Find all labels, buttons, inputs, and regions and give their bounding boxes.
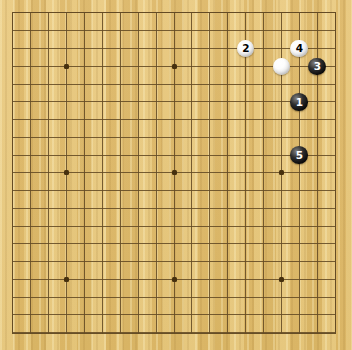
- board-intersection[interactable]: [272, 253, 290, 271]
- board-intersection[interactable]: [58, 164, 76, 182]
- board-intersection[interactable]: [58, 235, 76, 253]
- board-intersection[interactable]: [237, 4, 255, 22]
- board-intersection[interactable]: [129, 93, 147, 111]
- board-intersection[interactable]: [40, 271, 58, 289]
- board-intersection[interactable]: [58, 75, 76, 93]
- board-intersection[interactable]: [326, 182, 344, 200]
- board-intersection[interactable]: [290, 288, 308, 306]
- board-intersection[interactable]: [147, 217, 165, 235]
- board-intersection[interactable]: [165, 146, 183, 164]
- board-intersection[interactable]: [94, 235, 112, 253]
- board-intersection[interactable]: [4, 288, 22, 306]
- board-intersection[interactable]: [201, 22, 219, 40]
- board-intersection[interactable]: [237, 235, 255, 253]
- board-intersection[interactable]: [129, 200, 147, 218]
- board-intersection[interactable]: [94, 57, 112, 75]
- board-intersection[interactable]: [111, 4, 129, 22]
- board-intersection[interactable]: [129, 288, 147, 306]
- board-intersection[interactable]: [4, 146, 22, 164]
- board-intersection[interactable]: [147, 271, 165, 289]
- board-intersection[interactable]: [183, 235, 201, 253]
- board-intersection[interactable]: [147, 57, 165, 75]
- board-intersection[interactable]: [165, 253, 183, 271]
- board-intersection[interactable]: [255, 40, 273, 58]
- board-intersection[interactable]: [40, 57, 58, 75]
- board-intersection[interactable]: [147, 324, 165, 342]
- board-intersection[interactable]: [4, 217, 22, 235]
- board-intersection[interactable]: [22, 235, 40, 253]
- board-intersection[interactable]: [272, 182, 290, 200]
- board-intersection[interactable]: [272, 22, 290, 40]
- board-intersection[interactable]: [219, 40, 237, 58]
- board-intersection[interactable]: [129, 22, 147, 40]
- board-intersection[interactable]: [111, 146, 129, 164]
- board-intersection[interactable]: [40, 200, 58, 218]
- board-intersection[interactable]: [183, 111, 201, 129]
- board-intersection[interactable]: [165, 75, 183, 93]
- board-intersection[interactable]: [22, 288, 40, 306]
- board-intersection[interactable]: [219, 128, 237, 146]
- board-intersection[interactable]: [272, 324, 290, 342]
- board-intersection[interactable]: [94, 182, 112, 200]
- board-intersection[interactable]: [111, 128, 129, 146]
- board-intersection[interactable]: [290, 57, 308, 75]
- board-intersection[interactable]: [219, 93, 237, 111]
- board-intersection[interactable]: [111, 75, 129, 93]
- board-intersection[interactable]: [165, 164, 183, 182]
- board-intersection[interactable]: [237, 200, 255, 218]
- board-intersection[interactable]: [255, 75, 273, 93]
- board-intersection[interactable]: [219, 57, 237, 75]
- board-intersection[interactable]: [326, 288, 344, 306]
- board-intersection[interactable]: [237, 182, 255, 200]
- board-intersection[interactable]: [219, 306, 237, 324]
- board-intersection[interactable]: [94, 146, 112, 164]
- board-intersection[interactable]: [326, 217, 344, 235]
- board-intersection[interactable]: [255, 271, 273, 289]
- board-intersection[interactable]: [94, 253, 112, 271]
- board-intersection[interactable]: [76, 164, 94, 182]
- board-intersection[interactable]: [255, 235, 273, 253]
- board-intersection[interactable]: [165, 22, 183, 40]
- board-intersection[interactable]: [22, 40, 40, 58]
- board-intersection[interactable]: [219, 22, 237, 40]
- board-intersection[interactable]: [147, 75, 165, 93]
- board-intersection[interactable]: [111, 217, 129, 235]
- board-intersection[interactable]: [111, 253, 129, 271]
- board-intersection[interactable]: [308, 4, 326, 22]
- board-intersection[interactable]: [94, 111, 112, 129]
- board-intersection[interactable]: [58, 306, 76, 324]
- board-intersection[interactable]: [308, 200, 326, 218]
- board-intersection[interactable]: [237, 271, 255, 289]
- board-intersection[interactable]: [147, 128, 165, 146]
- board-intersection[interactable]: [165, 40, 183, 58]
- board-intersection[interactable]: [308, 111, 326, 129]
- board-intersection[interactable]: [76, 306, 94, 324]
- board-intersection[interactable]: [272, 57, 290, 75]
- board-intersection[interactable]: [219, 182, 237, 200]
- board-intersection[interactable]: [129, 164, 147, 182]
- board-intersection[interactable]: [272, 4, 290, 22]
- board-intersection[interactable]: [165, 4, 183, 22]
- board-intersection[interactable]: [4, 235, 22, 253]
- board-intersection[interactable]: [4, 40, 22, 58]
- board-intersection[interactable]: [94, 40, 112, 58]
- board-intersection[interactable]: [272, 288, 290, 306]
- board-intersection[interactable]: [290, 324, 308, 342]
- board-intersection[interactable]: [4, 271, 22, 289]
- board-intersection[interactable]: [147, 111, 165, 129]
- board-intersection[interactable]: [76, 146, 94, 164]
- board-intersection[interactable]: [308, 93, 326, 111]
- board-intersection[interactable]: [237, 146, 255, 164]
- board-intersection[interactable]: [219, 253, 237, 271]
- board-intersection[interactable]: [147, 164, 165, 182]
- board-intersection[interactable]: [183, 4, 201, 22]
- board-intersection[interactable]: [219, 75, 237, 93]
- board-intersection[interactable]: [237, 253, 255, 271]
- board-intersection[interactable]: [308, 235, 326, 253]
- board-intersection[interactable]: [255, 128, 273, 146]
- board-intersection[interactable]: [76, 200, 94, 218]
- board-intersection[interactable]: [22, 164, 40, 182]
- board-intersection[interactable]: [326, 4, 344, 22]
- board-intersection[interactable]: [201, 57, 219, 75]
- board-intersection[interactable]: [76, 75, 94, 93]
- board-intersection[interactable]: [272, 40, 290, 58]
- board-intersection[interactable]: [308, 288, 326, 306]
- board-intersection[interactable]: [308, 22, 326, 40]
- board-intersection[interactable]: [255, 182, 273, 200]
- board-intersection[interactable]: [165, 57, 183, 75]
- board-intersection[interactable]: [94, 93, 112, 111]
- board-intersection[interactable]: [111, 182, 129, 200]
- board-intersection[interactable]: [183, 93, 201, 111]
- board-intersection[interactable]: [219, 4, 237, 22]
- board-intersection[interactable]: [58, 324, 76, 342]
- board-intersection[interactable]: [326, 253, 344, 271]
- board-intersection[interactable]: [201, 146, 219, 164]
- board-intersection[interactable]: [326, 146, 344, 164]
- board-intersection[interactable]: [201, 111, 219, 129]
- board-intersection[interactable]: [290, 217, 308, 235]
- board-intersection[interactable]: [219, 111, 237, 129]
- board-intersection[interactable]: [40, 306, 58, 324]
- board-intersection[interactable]: [255, 164, 273, 182]
- board-intersection[interactable]: [201, 200, 219, 218]
- board-intersection[interactable]: [94, 306, 112, 324]
- board-intersection[interactable]: [94, 4, 112, 22]
- board-intersection[interactable]: [201, 75, 219, 93]
- board-intersection[interactable]: [40, 22, 58, 40]
- board-intersection[interactable]: [94, 75, 112, 93]
- board-intersection[interactable]: [147, 93, 165, 111]
- board-intersection[interactable]: [183, 22, 201, 40]
- board-intersection[interactable]: [40, 128, 58, 146]
- board-intersection[interactable]: [201, 164, 219, 182]
- board-intersection[interactable]: [40, 235, 58, 253]
- board-intersection[interactable]: [255, 253, 273, 271]
- board-intersection[interactable]: [255, 306, 273, 324]
- board-intersection[interactable]: [308, 324, 326, 342]
- board-intersection[interactable]: [4, 200, 22, 218]
- board-intersection[interactable]: [237, 111, 255, 129]
- board-intersection[interactable]: [58, 57, 76, 75]
- board-intersection[interactable]: [183, 128, 201, 146]
- board-intersection[interactable]: [272, 146, 290, 164]
- board-intersection[interactable]: [40, 75, 58, 93]
- board-intersection[interactable]: [219, 288, 237, 306]
- board-intersection[interactable]: [22, 4, 40, 22]
- board-intersection[interactable]: [183, 182, 201, 200]
- board-intersection[interactable]: [147, 288, 165, 306]
- board-intersection[interactable]: [58, 93, 76, 111]
- board-intersection[interactable]: [76, 324, 94, 342]
- board-intersection[interactable]: [22, 182, 40, 200]
- board-intersection[interactable]: [76, 111, 94, 129]
- board-intersection[interactable]: [183, 288, 201, 306]
- board-intersection[interactable]: [165, 217, 183, 235]
- board-intersection[interactable]: [129, 306, 147, 324]
- board-intersection[interactable]: [165, 324, 183, 342]
- board-intersection[interactable]: [129, 40, 147, 58]
- board-intersection[interactable]: [219, 164, 237, 182]
- board-intersection[interactable]: [4, 75, 22, 93]
- board-intersection[interactable]: [76, 253, 94, 271]
- board-intersection[interactable]: [183, 200, 201, 218]
- board-intersection[interactable]: [183, 75, 201, 93]
- board-intersection[interactable]: [308, 306, 326, 324]
- board-intersection[interactable]: [94, 128, 112, 146]
- board-intersection[interactable]: [255, 200, 273, 218]
- board-intersection[interactable]: [58, 200, 76, 218]
- board-intersection[interactable]: [183, 324, 201, 342]
- board-intersection[interactable]: [290, 182, 308, 200]
- board-intersection[interactable]: [165, 288, 183, 306]
- board-intersection[interactable]: [76, 182, 94, 200]
- board-intersection[interactable]: [4, 93, 22, 111]
- board-intersection[interactable]: [272, 200, 290, 218]
- board-intersection[interactable]: [22, 324, 40, 342]
- board-intersection[interactable]: [237, 128, 255, 146]
- board-intersection[interactable]: [219, 235, 237, 253]
- board-intersection[interactable]: [201, 306, 219, 324]
- board-intersection[interactable]: [40, 40, 58, 58]
- board-intersection[interactable]: [326, 111, 344, 129]
- board-intersection[interactable]: [272, 111, 290, 129]
- board-intersection[interactable]: [4, 253, 22, 271]
- board-intersection[interactable]: [40, 288, 58, 306]
- board-intersection[interactable]: [201, 235, 219, 253]
- board-intersection[interactable]: 1: [290, 93, 308, 111]
- board-intersection[interactable]: [201, 40, 219, 58]
- board-intersection[interactable]: [147, 40, 165, 58]
- board-intersection[interactable]: [308, 217, 326, 235]
- board-intersection[interactable]: [129, 182, 147, 200]
- board-intersection[interactable]: [129, 57, 147, 75]
- board-intersection[interactable]: [255, 22, 273, 40]
- board-intersection[interactable]: [165, 235, 183, 253]
- board-intersection[interactable]: [22, 22, 40, 40]
- board-intersection[interactable]: [255, 4, 273, 22]
- board-intersection[interactable]: [147, 235, 165, 253]
- board-intersection[interactable]: [290, 164, 308, 182]
- board-intersection[interactable]: [58, 111, 76, 129]
- board-intersection[interactable]: [111, 22, 129, 40]
- board-intersection[interactable]: [40, 253, 58, 271]
- board-intersection[interactable]: [308, 182, 326, 200]
- board-intersection[interactable]: [183, 217, 201, 235]
- board-intersection[interactable]: [237, 164, 255, 182]
- board-intersection[interactable]: [290, 22, 308, 40]
- board-intersection[interactable]: [272, 217, 290, 235]
- board-intersection[interactable]: [58, 40, 76, 58]
- board-intersection[interactable]: [147, 200, 165, 218]
- board-intersection[interactable]: [183, 253, 201, 271]
- board-intersection[interactable]: [129, 324, 147, 342]
- board-intersection[interactable]: [4, 324, 22, 342]
- board-intersection[interactable]: [272, 271, 290, 289]
- board-intersection[interactable]: [94, 22, 112, 40]
- board-intersection[interactable]: [94, 271, 112, 289]
- board-intersection[interactable]: [308, 146, 326, 164]
- board-intersection[interactable]: [111, 235, 129, 253]
- board-intersection[interactable]: [308, 164, 326, 182]
- board-intersection[interactable]: [237, 57, 255, 75]
- board-intersection[interactable]: [111, 271, 129, 289]
- board-intersection[interactable]: [201, 217, 219, 235]
- board-intersection[interactable]: [147, 182, 165, 200]
- board-intersection[interactable]: [22, 306, 40, 324]
- board-intersection[interactable]: [4, 57, 22, 75]
- board-intersection[interactable]: [326, 22, 344, 40]
- board-intersection[interactable]: [22, 93, 40, 111]
- board-intersection[interactable]: [111, 164, 129, 182]
- board-intersection[interactable]: [4, 128, 22, 146]
- board-intersection[interactable]: [183, 40, 201, 58]
- board-intersection[interactable]: [94, 200, 112, 218]
- board-intersection[interactable]: [22, 75, 40, 93]
- board-intersection[interactable]: [129, 128, 147, 146]
- board-intersection[interactable]: [40, 4, 58, 22]
- board-intersection[interactable]: [76, 235, 94, 253]
- board-intersection[interactable]: [76, 40, 94, 58]
- board-intersection[interactable]: [255, 57, 273, 75]
- board-intersection[interactable]: [290, 271, 308, 289]
- board-intersection[interactable]: [237, 324, 255, 342]
- board-intersection[interactable]: [308, 128, 326, 146]
- board-intersection[interactable]: [201, 324, 219, 342]
- board-intersection[interactable]: [183, 57, 201, 75]
- board-intersection[interactable]: [76, 22, 94, 40]
- board-intersection[interactable]: 4: [290, 40, 308, 58]
- board-intersection[interactable]: [201, 182, 219, 200]
- board-intersection[interactable]: [272, 306, 290, 324]
- board-intersection[interactable]: 5: [290, 146, 308, 164]
- board-intersection[interactable]: [22, 111, 40, 129]
- board-intersection[interactable]: [40, 217, 58, 235]
- board-intersection[interactable]: [111, 200, 129, 218]
- board-intersection[interactable]: [237, 75, 255, 93]
- board-intersection[interactable]: 3: [308, 57, 326, 75]
- board-intersection[interactable]: [4, 111, 22, 129]
- board-intersection[interactable]: [326, 324, 344, 342]
- board-intersection[interactable]: [22, 128, 40, 146]
- board-intersection[interactable]: [290, 253, 308, 271]
- board-intersection[interactable]: [4, 164, 22, 182]
- board-intersection[interactable]: [111, 306, 129, 324]
- board-intersection[interactable]: [290, 75, 308, 93]
- board-intersection[interactable]: [40, 111, 58, 129]
- board-intersection[interactable]: [94, 217, 112, 235]
- board-intersection[interactable]: [290, 200, 308, 218]
- board-intersection[interactable]: [255, 93, 273, 111]
- board-intersection[interactable]: [165, 128, 183, 146]
- board-intersection[interactable]: [111, 324, 129, 342]
- board-intersection[interactable]: [308, 253, 326, 271]
- board-intersection[interactable]: [58, 217, 76, 235]
- board-intersection[interactable]: [255, 111, 273, 129]
- board-intersection[interactable]: [94, 164, 112, 182]
- board-intersection[interactable]: [165, 111, 183, 129]
- board-intersection[interactable]: [58, 182, 76, 200]
- board-intersection[interactable]: [326, 235, 344, 253]
- board-intersection[interactable]: [165, 271, 183, 289]
- board-intersection[interactable]: [290, 235, 308, 253]
- board-intersection[interactable]: [165, 182, 183, 200]
- board-intersection[interactable]: [129, 111, 147, 129]
- board-intersection[interactable]: [40, 182, 58, 200]
- board-intersection[interactable]: [147, 306, 165, 324]
- board-intersection[interactable]: [255, 146, 273, 164]
- board-intersection[interactable]: [58, 128, 76, 146]
- board-intersection[interactable]: [326, 40, 344, 58]
- board-intersection[interactable]: [308, 271, 326, 289]
- board-intersection[interactable]: [40, 324, 58, 342]
- board-intersection[interactable]: [129, 4, 147, 22]
- board-intersection[interactable]: [183, 271, 201, 289]
- board-intersection[interactable]: [22, 146, 40, 164]
- board-intersection[interactable]: [165, 306, 183, 324]
- board-intersection[interactable]: [183, 306, 201, 324]
- board-intersection[interactable]: [58, 253, 76, 271]
- board-intersection[interactable]: [129, 217, 147, 235]
- board-intersection[interactable]: 2: [237, 40, 255, 58]
- board-intersection[interactable]: [40, 164, 58, 182]
- board-intersection[interactable]: [22, 200, 40, 218]
- board-intersection[interactable]: [129, 235, 147, 253]
- board-intersection[interactable]: [326, 271, 344, 289]
- board-intersection[interactable]: [183, 146, 201, 164]
- board-intersection[interactable]: [183, 164, 201, 182]
- board-intersection[interactable]: [290, 128, 308, 146]
- board-intersection[interactable]: [201, 288, 219, 306]
- board-intersection[interactable]: [201, 253, 219, 271]
- board-intersection[interactable]: [326, 75, 344, 93]
- board-intersection[interactable]: [237, 306, 255, 324]
- board-intersection[interactable]: [111, 57, 129, 75]
- board-intersection[interactable]: [219, 200, 237, 218]
- board-intersection[interactable]: [326, 128, 344, 146]
- board-intersection[interactable]: [272, 75, 290, 93]
- board-intersection[interactable]: [237, 93, 255, 111]
- board-intersection[interactable]: [255, 288, 273, 306]
- board-intersection[interactable]: [4, 4, 22, 22]
- board-intersection[interactable]: [219, 324, 237, 342]
- board-intersection[interactable]: [58, 146, 76, 164]
- board-intersection[interactable]: [94, 324, 112, 342]
